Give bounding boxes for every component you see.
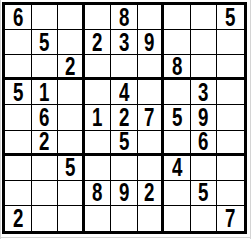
cell-r4c2[interactable]: 1 xyxy=(32,80,59,105)
cell-r6c5[interactable]: 5 xyxy=(111,131,138,156)
cell-r4c7[interactable] xyxy=(164,80,191,105)
cell-r4c6[interactable] xyxy=(138,80,165,105)
cell-r9c4[interactable] xyxy=(85,206,112,231)
cell-r1c3[interactable] xyxy=(58,5,85,30)
cell-r2c8[interactable] xyxy=(191,30,218,55)
cell-r8c4[interactable]: 8 xyxy=(85,181,112,206)
sudoku-screenshot: 685523928514361275925654892527 xyxy=(0,0,251,239)
cell-r9c1[interactable]: 2 xyxy=(5,206,32,231)
cell-value: 5 xyxy=(119,131,129,156)
cell-r1c6[interactable] xyxy=(138,5,165,30)
cell-r2c2[interactable]: 5 xyxy=(32,30,59,55)
cell-value: 3 xyxy=(198,80,208,105)
cell-r4c8[interactable]: 3 xyxy=(191,80,218,105)
cell-r8c2[interactable] xyxy=(32,181,59,206)
cell-value: 4 xyxy=(119,80,129,105)
cell-r5c9[interactable] xyxy=(217,105,244,130)
cell-r8c9[interactable] xyxy=(217,181,244,206)
cell-r6c7[interactable] xyxy=(164,131,191,156)
cell-r4c5[interactable]: 4 xyxy=(111,80,138,105)
cell-r2c7[interactable] xyxy=(164,30,191,55)
cell-r6c4[interactable] xyxy=(85,131,112,156)
cell-value: 7 xyxy=(225,206,235,231)
cell-r1c4[interactable] xyxy=(85,5,112,30)
cell-r1c9[interactable]: 5 xyxy=(217,5,244,30)
cell-r7c7[interactable]: 4 xyxy=(164,156,191,181)
cell-r3c3[interactable]: 2 xyxy=(58,55,85,80)
cell-r3c9[interactable] xyxy=(217,55,244,80)
cell-r5c6[interactable]: 7 xyxy=(138,105,165,130)
cell-r5c2[interactable]: 6 xyxy=(32,105,59,130)
cell-r5c7[interactable]: 5 xyxy=(164,105,191,130)
cell-r2c9[interactable] xyxy=(217,30,244,55)
cell-r7c6[interactable] xyxy=(138,156,165,181)
cell-r3c6[interactable] xyxy=(138,55,165,80)
cell-value: 1 xyxy=(39,80,49,105)
cell-r5c8[interactable]: 9 xyxy=(191,105,218,130)
cell-value: 9 xyxy=(198,105,208,130)
cell-r9c8[interactable] xyxy=(191,206,218,231)
cell-value: 8 xyxy=(119,5,129,30)
cell-r7c2[interactable] xyxy=(32,156,59,181)
cell-value: 1 xyxy=(92,105,102,130)
cell-r6c9[interactable] xyxy=(217,131,244,156)
cell-r3c5[interactable] xyxy=(111,55,138,80)
cell-r6c1[interactable] xyxy=(5,131,32,156)
cell-r9c6[interactable] xyxy=(138,206,165,231)
cell-value: 2 xyxy=(13,206,23,231)
cell-r8c7[interactable] xyxy=(164,181,191,206)
cell-r8c6[interactable]: 2 xyxy=(138,181,165,206)
cell-r9c3[interactable] xyxy=(58,206,85,231)
cell-value: 5 xyxy=(39,30,49,55)
cell-r8c1[interactable] xyxy=(5,181,32,206)
cell-r7c4[interactable] xyxy=(85,156,112,181)
cell-r5c3[interactable] xyxy=(58,105,85,130)
cell-r3c8[interactable] xyxy=(191,55,218,80)
edge-hairline-bottom xyxy=(0,237,251,238)
cell-r6c8[interactable]: 6 xyxy=(191,131,218,156)
cell-r5c4[interactable]: 1 xyxy=(85,105,112,130)
cell-r1c1[interactable]: 6 xyxy=(5,5,32,30)
cell-r6c3[interactable] xyxy=(58,131,85,156)
cell-value: 2 xyxy=(119,105,129,130)
cell-r9c9[interactable]: 7 xyxy=(217,206,244,231)
cell-r2c4[interactable]: 2 xyxy=(85,30,112,55)
cell-value: 7 xyxy=(144,105,154,130)
cell-value: 6 xyxy=(198,131,208,156)
cell-r4c3[interactable] xyxy=(58,80,85,105)
cell-value: 5 xyxy=(225,5,235,30)
cell-r4c1[interactable]: 5 xyxy=(5,80,32,105)
cell-r8c5[interactable]: 9 xyxy=(111,181,138,206)
cell-r7c5[interactable] xyxy=(111,156,138,181)
edge-hairline-right xyxy=(250,0,251,239)
cell-r5c1[interactable] xyxy=(5,105,32,130)
cell-value: 5 xyxy=(65,156,75,181)
cell-r1c8[interactable] xyxy=(191,5,218,30)
cell-value: 3 xyxy=(119,30,129,55)
cell-r6c6[interactable] xyxy=(138,131,165,156)
cell-value: 2 xyxy=(65,55,75,80)
cell-r3c7[interactable]: 8 xyxy=(164,55,191,80)
cell-r9c2[interactable] xyxy=(32,206,59,231)
cell-value: 4 xyxy=(172,156,182,181)
cell-value: 5 xyxy=(172,105,182,130)
cell-r5c5[interactable]: 2 xyxy=(111,105,138,130)
cell-r8c3[interactable] xyxy=(58,181,85,206)
cell-r7c9[interactable] xyxy=(217,156,244,181)
edge-hairline-left xyxy=(0,0,1,239)
cell-value: 2 xyxy=(92,30,102,55)
cell-r3c2[interactable] xyxy=(32,55,59,80)
cell-r2c1[interactable] xyxy=(5,30,32,55)
cell-r6c2[interactable]: 2 xyxy=(32,131,59,156)
cell-value: 9 xyxy=(144,30,154,55)
cell-r7c8[interactable] xyxy=(191,156,218,181)
cell-r2c6[interactable]: 9 xyxy=(138,30,165,55)
cell-r3c1[interactable] xyxy=(5,55,32,80)
cell-r1c5[interactable]: 8 xyxy=(111,5,138,30)
cell-r9c5[interactable] xyxy=(111,206,138,231)
cell-value: 5 xyxy=(13,80,23,105)
cell-value: 6 xyxy=(39,105,49,130)
cell-r8c8[interactable]: 5 xyxy=(191,181,218,206)
cell-r7c1[interactable] xyxy=(5,156,32,181)
cell-value: 2 xyxy=(39,131,49,156)
cell-r1c2[interactable] xyxy=(32,5,59,30)
cell-value: 6 xyxy=(13,5,23,30)
cell-r3c4[interactable] xyxy=(85,55,112,80)
cell-r4c4[interactable] xyxy=(85,80,112,105)
cell-r9c7[interactable] xyxy=(164,206,191,231)
cell-r2c3[interactable] xyxy=(58,30,85,55)
cell-value: 8 xyxy=(172,55,182,80)
cell-value: 9 xyxy=(119,181,129,206)
cell-r2c5[interactable]: 3 xyxy=(111,30,138,55)
cell-r4c9[interactable] xyxy=(217,80,244,105)
cell-value: 8 xyxy=(92,181,102,206)
cell-r7c3[interactable]: 5 xyxy=(58,156,85,181)
cell-value: 2 xyxy=(144,181,154,206)
cell-r1c7[interactable] xyxy=(164,5,191,30)
sudoku-board: 685523928514361275925654892527 xyxy=(2,2,247,234)
cell-value: 5 xyxy=(198,181,208,206)
